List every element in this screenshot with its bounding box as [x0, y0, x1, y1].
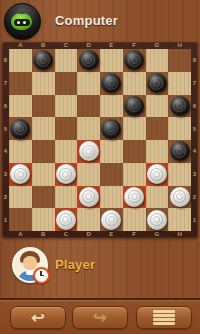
redo-arrow-icon: ↪ — [93, 310, 106, 326]
square-d2[interactable] — [77, 186, 100, 209]
black-piece-h6[interactable] — [170, 96, 190, 116]
menu-bars-icon — [153, 310, 175, 324]
player-avatar — [12, 247, 48, 283]
black-piece-f6[interactable] — [124, 96, 144, 116]
square-c2 — [55, 186, 78, 209]
square-c1[interactable] — [55, 208, 78, 231]
robot-eye-right — [23, 21, 26, 24]
square-a7[interactable] — [9, 72, 32, 95]
coord-label: 6 — [2, 95, 9, 118]
white-piece-e1[interactable] — [101, 210, 121, 230]
square-e5[interactable] — [100, 117, 123, 140]
square-b5 — [32, 117, 55, 140]
black-piece-d8[interactable] — [79, 50, 99, 70]
rank-labels-left: 87654321 — [2, 49, 9, 231]
black-piece-h4[interactable] — [170, 141, 190, 161]
square-c3[interactable] — [55, 163, 78, 186]
square-c5[interactable] — [55, 117, 78, 140]
square-h4[interactable] — [168, 140, 191, 163]
square-f6[interactable] — [123, 95, 146, 118]
file-labels-bottom: ABCDEFGH — [9, 231, 191, 238]
square-a4 — [9, 140, 32, 163]
coord-label: 4 — [191, 140, 198, 163]
coord-label: G — [146, 42, 169, 49]
white-piece-g3[interactable] — [147, 164, 167, 184]
square-d6[interactable] — [77, 95, 100, 118]
square-f3 — [123, 163, 146, 186]
coord-label: F — [123, 42, 146, 49]
square-e3[interactable] — [100, 163, 123, 186]
coord-label: 7 — [191, 72, 198, 95]
square-e4 — [100, 140, 123, 163]
square-g5[interactable] — [146, 117, 169, 140]
coord-label: 3 — [191, 163, 198, 186]
square-c6 — [55, 95, 78, 118]
square-f5 — [123, 117, 146, 140]
coord-label: 4 — [2, 140, 9, 163]
square-e2 — [100, 186, 123, 209]
square-f4[interactable] — [123, 140, 146, 163]
checkers-board: ABCDEFGH ABCDEFGH 87654321 87654321 — [2, 42, 198, 238]
square-g2 — [146, 186, 169, 209]
coord-label: 2 — [191, 186, 198, 209]
coord-label: A — [9, 42, 32, 49]
square-g8 — [146, 49, 169, 72]
rank-labels-right: 87654321 — [191, 49, 198, 231]
white-piece-d2[interactable] — [79, 187, 99, 207]
clock-icon — [33, 267, 50, 284]
square-h7 — [168, 72, 191, 95]
coord-label: G — [146, 231, 169, 238]
app-background: Computer ABCDEFGH ABCDEFGH 87654321 8765… — [0, 0, 200, 334]
white-piece-g1[interactable] — [147, 210, 167, 230]
coord-label: H — [168, 231, 191, 238]
coord-label: 3 — [2, 163, 9, 186]
undo-arrow-icon: ↩ — [31, 310, 44, 326]
coord-label: H — [168, 42, 191, 49]
white-piece-d4[interactable] — [79, 141, 99, 161]
file-labels-top: ABCDEFGH — [9, 42, 191, 49]
coord-label: 5 — [2, 117, 9, 140]
white-piece-c3[interactable] — [56, 164, 76, 184]
square-f2[interactable] — [123, 186, 146, 209]
coord-label: D — [77, 231, 100, 238]
robot-visor — [14, 19, 30, 26]
square-e8 — [100, 49, 123, 72]
square-h6[interactable] — [168, 95, 191, 118]
coord-label: 1 — [2, 208, 9, 231]
white-piece-a3[interactable] — [10, 164, 30, 184]
square-d4[interactable] — [77, 140, 100, 163]
square-e7[interactable] — [100, 72, 123, 95]
square-h8[interactable] — [168, 49, 191, 72]
square-f1 — [123, 208, 146, 231]
square-c8 — [55, 49, 78, 72]
player-name-label: Player — [55, 257, 95, 272]
coord-label: C — [55, 231, 78, 238]
square-a5[interactable] — [9, 117, 32, 140]
coord-label: B — [32, 231, 55, 238]
robot-eye-left — [17, 21, 20, 24]
player-face — [23, 256, 37, 270]
bottom-toolbar: ↩ ↪ — [0, 298, 200, 334]
square-g7[interactable] — [146, 72, 169, 95]
robot-antenna — [19, 10, 25, 14]
square-c7[interactable] — [55, 72, 78, 95]
coord-label: 6 — [191, 95, 198, 118]
black-piece-e5[interactable] — [101, 119, 121, 139]
square-d5 — [77, 117, 100, 140]
robot-face-icon — [11, 13, 32, 30]
white-piece-h2[interactable] — [170, 187, 190, 207]
square-h2[interactable] — [168, 186, 191, 209]
coord-label: 7 — [2, 72, 9, 95]
black-piece-a5[interactable] — [10, 119, 30, 139]
coord-label: 8 — [191, 49, 198, 72]
black-piece-e7[interactable] — [101, 73, 121, 93]
square-h5 — [168, 117, 191, 140]
square-b8[interactable] — [32, 49, 55, 72]
coord-label: F — [123, 231, 146, 238]
coord-label: E — [100, 231, 123, 238]
square-f8[interactable] — [123, 49, 146, 72]
square-d8[interactable] — [77, 49, 100, 72]
square-g6 — [146, 95, 169, 118]
coord-label: 2 — [2, 186, 9, 209]
white-piece-c1[interactable] — [56, 210, 76, 230]
board-grid — [9, 49, 191, 231]
coord-label: 8 — [2, 49, 9, 72]
coord-label: E — [100, 42, 123, 49]
redo-button[interactable]: ↪ — [72, 306, 128, 329]
coord-label: C — [55, 42, 78, 49]
square-b1 — [32, 208, 55, 231]
undo-button[interactable]: ↩ — [10, 306, 66, 329]
square-f7 — [123, 72, 146, 95]
square-b6[interactable] — [32, 95, 55, 118]
square-c4 — [55, 140, 78, 163]
square-a8 — [9, 49, 32, 72]
square-a3[interactable] — [9, 163, 32, 186]
white-piece-f2[interactable] — [124, 187, 144, 207]
coord-label: B — [32, 42, 55, 49]
square-g3[interactable] — [146, 163, 169, 186]
black-piece-f8[interactable] — [124, 50, 144, 70]
computer-avatar — [4, 3, 41, 40]
black-piece-g7[interactable] — [147, 73, 167, 93]
menu-button[interactable] — [136, 306, 192, 329]
square-a1[interactable] — [9, 208, 32, 231]
square-b7 — [32, 72, 55, 95]
square-a2 — [9, 186, 32, 209]
square-d3 — [77, 163, 100, 186]
square-b3 — [32, 163, 55, 186]
square-d7 — [77, 72, 100, 95]
square-h1 — [168, 208, 191, 231]
square-b2[interactable] — [32, 186, 55, 209]
coord-label: 1 — [191, 208, 198, 231]
coord-label: 5 — [191, 117, 198, 140]
square-e6 — [100, 95, 123, 118]
coord-label: A — [9, 231, 32, 238]
square-e1[interactable] — [100, 208, 123, 231]
square-h3 — [168, 163, 191, 186]
coord-label: D — [77, 42, 100, 49]
computer-name-label: Computer — [55, 13, 118, 28]
square-b4[interactable] — [32, 140, 55, 163]
square-d1 — [77, 208, 100, 231]
square-a6 — [9, 95, 32, 118]
black-piece-b8[interactable] — [33, 50, 53, 70]
square-g4 — [146, 140, 169, 163]
square-g1[interactable] — [146, 208, 169, 231]
